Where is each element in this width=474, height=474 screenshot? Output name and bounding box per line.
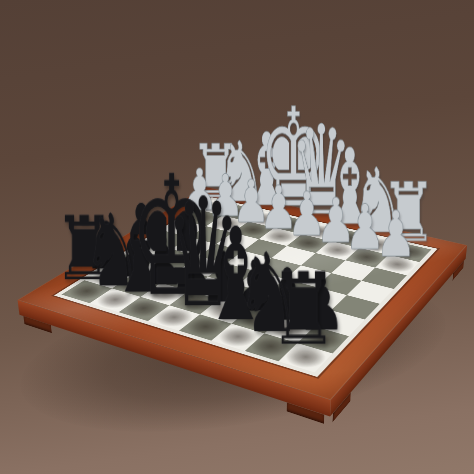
scene: ♜♞♝♚♛♝♞♜♟♟♟♟♟♟♟♟♟♟♟♟♟♟♟♟♜♞♝♚♛♝♞♜: [0, 0, 474, 474]
pieces-layer: ♜♞♝♚♛♝♞♜♟♟♟♟♟♟♟♟♟♟♟♟♟♟♟♟♜♞♝♚♛♝♞♜: [17, 186, 467, 399]
board-foot: [23, 316, 52, 333]
piece-black-rook-a8: ♜: [269, 260, 339, 359]
board-foot: [332, 393, 350, 423]
chess-board: ♜♞♝♚♛♝♞♜♟♟♟♟♟♟♟♟♟♟♟♟♟♟♟♟♜♞♝♚♛♝♞♜: [18, 187, 468, 400]
piece-white-pawn-a2: ♟: [376, 202, 417, 265]
board-foot: [452, 261, 464, 281]
board-foot: [287, 402, 325, 423]
photo-stage: ♜♞♝♚♛♝♞♜♟♟♟♟♟♟♟♟♟♟♟♟♟♟♟♟♜♞♝♚♛♝♞♜: [0, 0, 474, 474]
